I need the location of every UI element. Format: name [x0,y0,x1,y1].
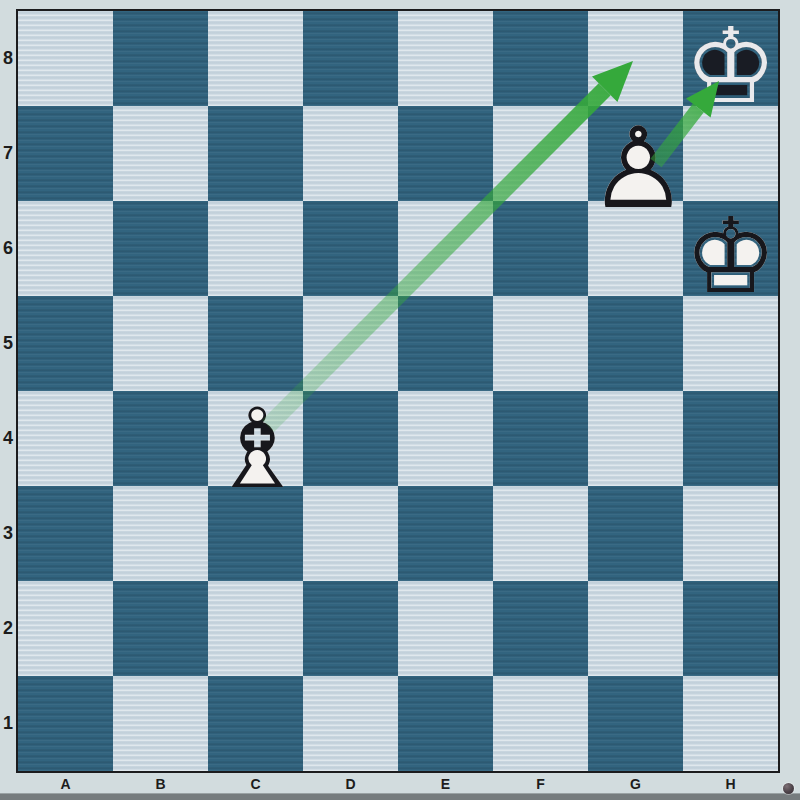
frame-bottom-bar [0,793,800,800]
square-a7[interactable] [18,106,113,201]
screw-icon [783,783,794,794]
square-e8[interactable] [398,11,493,106]
file-label-b: B [113,773,208,795]
square-c1[interactable] [208,676,303,771]
square-a6[interactable] [18,201,113,296]
square-f1[interactable] [493,676,588,771]
square-d6[interactable] [303,201,398,296]
square-e6[interactable] [398,201,493,296]
square-g2[interactable] [588,581,683,676]
square-f8[interactable] [493,11,588,106]
rank-label-5: 5 [0,296,16,391]
rank-label-3: 3 [0,486,16,581]
rank-label-6: 6 [0,201,16,296]
piece-black-king-h8[interactable]: ♚♔ [683,11,778,106]
square-b8[interactable] [113,11,208,106]
square-a4[interactable] [18,391,113,486]
rank-label-2: 2 [0,581,16,676]
chess-board: ♚♔♟♙♚♔♝♗ [16,9,780,773]
square-f6[interactable] [493,201,588,296]
square-a2[interactable] [18,581,113,676]
square-c8[interactable] [208,11,303,106]
file-label-h: H [683,773,778,795]
square-g3[interactable] [588,486,683,581]
square-b1[interactable] [113,676,208,771]
square-g8[interactable] [588,11,683,106]
square-h2[interactable] [683,581,778,676]
square-e7[interactable] [398,106,493,201]
square-c4[interactable]: ♝♗ [208,391,303,486]
square-d8[interactable] [303,11,398,106]
file-label-a: A [18,773,113,795]
rank-label-4: 4 [0,391,16,486]
square-f7[interactable] [493,106,588,201]
square-b2[interactable] [113,581,208,676]
square-a1[interactable] [18,676,113,771]
file-label-c: C [208,773,303,795]
square-h4[interactable] [683,391,778,486]
file-label-f: F [493,773,588,795]
square-g4[interactable] [588,391,683,486]
square-d3[interactable] [303,486,398,581]
square-h6[interactable]: ♚♔ [683,201,778,296]
piece-white-king-h6[interactable]: ♚♔ [683,201,778,296]
square-e4[interactable] [398,391,493,486]
square-c6[interactable] [208,201,303,296]
square-a8[interactable] [18,11,113,106]
rank-label-7: 7 [0,106,16,201]
square-b6[interactable] [113,201,208,296]
file-label-d: D [303,773,398,795]
square-d5[interactable] [303,296,398,391]
square-e1[interactable] [398,676,493,771]
square-g5[interactable] [588,296,683,391]
square-d7[interactable] [303,106,398,201]
rank-label-8: 8 [0,11,16,106]
piece-white-pawn-g7[interactable]: ♟♙ [588,106,683,201]
piece-white-bishop-c4[interactable]: ♝♗ [208,391,303,486]
square-h8[interactable]: ♚♔ [683,11,778,106]
square-e3[interactable] [398,486,493,581]
square-d2[interactable] [303,581,398,676]
square-f4[interactable] [493,391,588,486]
square-b4[interactable] [113,391,208,486]
square-h1[interactable] [683,676,778,771]
square-a3[interactable] [18,486,113,581]
square-g1[interactable] [588,676,683,771]
square-b7[interactable] [113,106,208,201]
square-h3[interactable] [683,486,778,581]
square-d4[interactable] [303,391,398,486]
square-g7[interactable]: ♟♙ [588,106,683,201]
square-c2[interactable] [208,581,303,676]
square-c7[interactable] [208,106,303,201]
square-f2[interactable] [493,581,588,676]
file-label-g: G [588,773,683,795]
square-a5[interactable] [18,296,113,391]
square-e2[interactable] [398,581,493,676]
square-f3[interactable] [493,486,588,581]
square-f5[interactable] [493,296,588,391]
rank-label-1: 1 [0,676,16,771]
square-c5[interactable] [208,296,303,391]
board-frame: ♚♔♟♙♚♔♝♗ 87654321 ABCDEFGH [0,0,800,800]
file-label-e: E [398,773,493,795]
square-d1[interactable] [303,676,398,771]
square-b3[interactable] [113,486,208,581]
square-b5[interactable] [113,296,208,391]
square-e5[interactable] [398,296,493,391]
